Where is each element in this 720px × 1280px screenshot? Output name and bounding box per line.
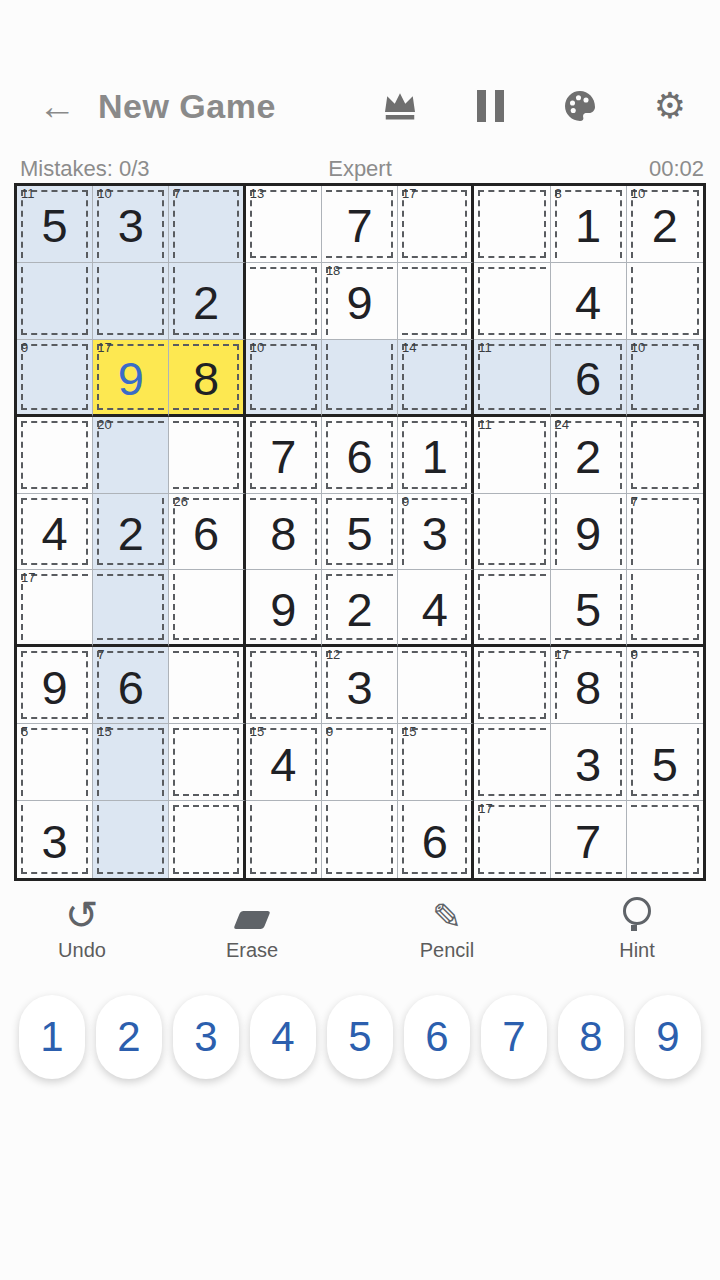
cell-r8c5[interactable]: 9 — [322, 724, 398, 801]
cage-sum-label: 8 — [555, 187, 562, 201]
cage-sum-label: 5 — [21, 725, 28, 739]
cell-r3c1[interactable]: 9 — [17, 340, 93, 417]
cage-sum-label: 17 — [97, 341, 111, 355]
cell-r7c6[interactable] — [398, 647, 474, 724]
cell-r1c1[interactable]: 115 — [17, 186, 93, 263]
cell-r9c4[interactable] — [246, 801, 322, 878]
cell-r5c5[interactable]: 5 — [322, 494, 398, 571]
cell-r7c1[interactable]: 9 — [17, 647, 93, 724]
cell-r4c5[interactable]: 6 — [322, 417, 398, 494]
cage-sum-label: 10 — [97, 187, 111, 201]
numpad-7[interactable]: 7 — [481, 995, 547, 1079]
header: ← New Game ⚙ — [0, 78, 720, 134]
cell-r5c9[interactable]: 7 — [627, 494, 703, 571]
cage-sum-label: 9 — [326, 725, 333, 739]
cell-r2c8[interactable]: 4 — [551, 263, 627, 340]
status-bar: Mistakes: 0/3 Expert 00:02 — [0, 156, 720, 186]
given-digit: 7 — [322, 186, 397, 262]
cell-r9c2[interactable] — [93, 801, 169, 878]
cell-r4c4[interactable]: 7 — [246, 417, 322, 494]
page-title: New Game — [98, 87, 276, 126]
cell-r7c3[interactable] — [169, 647, 245, 724]
cell-r7c7[interactable] — [474, 647, 550, 724]
cage-sum-label: 9 — [21, 341, 28, 355]
given-digit: 9 — [17, 647, 92, 723]
given-digit: 5 — [627, 724, 703, 800]
cell-r8c2[interactable]: 15 — [93, 724, 169, 801]
cage-sum-label: 15 — [402, 725, 416, 739]
toolbar: ↻ Undo Erase ✎ Pencil Hint — [0, 893, 720, 973]
cell-r2c3[interactable]: 2 — [169, 263, 245, 340]
undo-button[interactable]: ↻ Undo — [22, 893, 142, 962]
cell-r7c9[interactable]: 9 — [627, 647, 703, 724]
cell-r9c7[interactable]: 17 — [474, 801, 550, 878]
numpad-6[interactable]: 6 — [404, 995, 470, 1079]
cell-r3c2[interactable]: 179 — [93, 340, 169, 417]
cage-sum-label: 9 — [631, 648, 638, 662]
cage-sum-label: 10 — [250, 341, 264, 355]
cage-sum-label: 17 — [478, 802, 492, 816]
cell-r2c2[interactable] — [93, 263, 169, 340]
timer: 00:02 — [649, 156, 704, 182]
numpad-2[interactable]: 2 — [96, 995, 162, 1079]
cage-sum-label: 10 — [631, 187, 645, 201]
cell-r9c5[interactable] — [322, 801, 398, 878]
given-digit: 6 — [398, 801, 471, 878]
cell-r3c5[interactable] — [322, 340, 398, 417]
cell-r1c3[interactable]: 7 — [169, 186, 245, 263]
given-digit: 5 — [322, 494, 397, 570]
pencil-button[interactable]: ✎ Pencil — [387, 893, 507, 962]
cell-r2c7[interactable] — [474, 263, 550, 340]
cage-sum-label: 11 — [478, 341, 492, 355]
cage-sum-label: 7 — [173, 187, 180, 201]
cell-r8c1[interactable]: 5 — [17, 724, 93, 801]
cell-r5c8[interactable]: 9 — [551, 494, 627, 571]
cell-r8c4[interactable]: 154 — [246, 724, 322, 801]
given-digit: 2 — [322, 570, 397, 644]
cell-r1c7[interactable] — [474, 186, 550, 263]
cage-sum-label: 15 — [250, 725, 264, 739]
cell-r7c4[interactable] — [246, 647, 322, 724]
cage-sum-label: 17 — [555, 648, 569, 662]
cell-r3c9[interactable]: 10 — [627, 340, 703, 417]
cell-r6c5[interactable]: 2 — [322, 570, 398, 647]
cell-r2c6[interactable] — [398, 263, 474, 340]
cell-r4c3[interactable] — [169, 417, 245, 494]
given-digit: 6 — [551, 340, 626, 414]
pencil-icon: ✎ — [432, 899, 462, 935]
given-digit: 1 — [551, 186, 626, 262]
settings-gear-icon[interactable]: ⚙ — [650, 86, 690, 126]
given-digit: 3 — [17, 801, 92, 878]
cell-r8c6[interactable]: 15 — [398, 724, 474, 801]
given-digit: 8 — [246, 494, 321, 570]
palette-icon[interactable] — [560, 86, 600, 126]
cell-r4c8[interactable]: 242 — [551, 417, 627, 494]
cell-r4c6[interactable]: 1 — [398, 417, 474, 494]
numpad-3[interactable]: 3 — [173, 995, 239, 1079]
cell-r6c6[interactable]: 4 — [398, 570, 474, 647]
given-digit: 6 — [93, 647, 168, 723]
given-digit: 2 — [93, 494, 168, 570]
killer-sudoku-app: ← New Game ⚙ Mistakes: 0/3 Expert 00:02 … — [0, 0, 720, 1280]
cell-r6c8[interactable]: 5 — [551, 570, 627, 647]
cell-r1c5[interactable]: 7 — [322, 186, 398, 263]
given-digit: 1 — [398, 417, 471, 493]
killer-sudoku-board: 1151037137178110221894917981014116102076… — [14, 183, 706, 881]
cell-r5c1[interactable]: 4 — [17, 494, 93, 571]
cage-sum-label: 26 — [173, 495, 187, 509]
cell-r3c6[interactable]: 14 — [398, 340, 474, 417]
cell-r8c3[interactable] — [169, 724, 245, 801]
hint-button[interactable]: Hint — [577, 893, 697, 962]
cage-sum-label: 14 — [402, 341, 416, 355]
cell-r4c9[interactable] — [627, 417, 703, 494]
cage-sum-label: 20 — [97, 418, 111, 432]
given-digit: 6 — [322, 417, 397, 493]
cage-sum-label: 17 — [402, 187, 416, 201]
given-digit: 4 — [551, 263, 626, 339]
given-digit: 5 — [551, 570, 626, 644]
cell-r6c1[interactable]: 17 — [17, 570, 93, 647]
numpad-9[interactable]: 9 — [635, 995, 701, 1079]
cell-r5c3[interactable]: 266 — [169, 494, 245, 571]
number-pad: 123456789 — [0, 995, 720, 1085]
cell-r3c4[interactable]: 10 — [246, 340, 322, 417]
cage-sum-label: 10 — [631, 341, 645, 355]
pause-icon[interactable] — [470, 86, 510, 126]
given-digit: 4 — [17, 494, 92, 570]
cell-r3c3[interactable]: 8 — [169, 340, 245, 417]
given-digit: 9 — [246, 570, 321, 644]
difficulty-label: Expert — [0, 156, 720, 182]
cell-r8c8[interactable]: 3 — [551, 724, 627, 801]
cell-r2c4[interactable] — [246, 263, 322, 340]
cell-r1c9[interactable]: 102 — [627, 186, 703, 263]
numpad-1[interactable]: 1 — [19, 995, 85, 1079]
given-digit: 7 — [246, 417, 321, 493]
cage-sum-label: 11 — [478, 418, 492, 432]
cell-r1c4[interactable]: 13 — [246, 186, 322, 263]
cell-r8c7[interactable] — [474, 724, 550, 801]
cell-r6c3[interactable] — [169, 570, 245, 647]
cell-r5c6[interactable]: 93 — [398, 494, 474, 571]
cell-r7c5[interactable]: 123 — [322, 647, 398, 724]
cage-sum-label: 18 — [326, 264, 340, 278]
numpad-5[interactable]: 5 — [327, 995, 393, 1079]
cell-r1c2[interactable]: 103 — [93, 186, 169, 263]
cell-r3c7[interactable]: 11 — [474, 340, 550, 417]
cell-r7c8[interactable]: 178 — [551, 647, 627, 724]
given-digit: 8 — [169, 340, 242, 414]
cell-r9c8[interactable]: 7 — [551, 801, 627, 878]
cage-sum-label: 7 — [97, 648, 104, 662]
cell-r5c4[interactable]: 8 — [246, 494, 322, 571]
cell-r4c7[interactable]: 11 — [474, 417, 550, 494]
cell-r3c8[interactable]: 6 — [551, 340, 627, 417]
cell-r6c7[interactable] — [474, 570, 550, 647]
cage-sum-label: 13 — [250, 187, 264, 201]
cell-r6c9[interactable] — [627, 570, 703, 647]
cell-r4c2[interactable]: 20 — [93, 417, 169, 494]
given-digit: 4 — [398, 570, 471, 644]
given-digit: 7 — [551, 801, 626, 878]
erase-button[interactable]: Erase — [192, 893, 312, 962]
header-icons: ⚙ — [380, 78, 690, 134]
numpad-4[interactable]: 4 — [250, 995, 316, 1079]
cage-sum-label: 15 — [97, 725, 111, 739]
back-arrow-icon[interactable]: ← — [38, 87, 76, 125]
cell-r9c6[interactable]: 6 — [398, 801, 474, 878]
cell-r5c7[interactable] — [474, 494, 550, 571]
eraser-icon — [233, 911, 270, 929]
cell-r7c2[interactable]: 76 — [93, 647, 169, 724]
hint-bulb-icon — [623, 897, 651, 925]
cell-r1c8[interactable]: 81 — [551, 186, 627, 263]
cell-r9c9[interactable] — [627, 801, 703, 878]
cell-r2c5[interactable]: 189 — [322, 263, 398, 340]
cage-sum-label: 9 — [402, 495, 409, 509]
cage-sum-label: 12 — [326, 648, 340, 662]
cell-r6c2[interactable] — [93, 570, 169, 647]
undo-icon: ↻ — [65, 895, 99, 935]
cell-r9c3[interactable] — [169, 801, 245, 878]
cage-sum-label: 17 — [21, 571, 35, 585]
cell-r5c2[interactable]: 2 — [93, 494, 169, 571]
cell-r4c1[interactable] — [17, 417, 93, 494]
cage-sum-label: 7 — [631, 495, 638, 509]
given-digit: 2 — [169, 263, 242, 339]
cage-sum-label: 11 — [21, 187, 35, 201]
cell-r2c1[interactable] — [17, 263, 93, 340]
given-digit: 3 — [551, 724, 626, 800]
cell-r1c6[interactable]: 17 — [398, 186, 474, 263]
cell-r8c9[interactable]: 5 — [627, 724, 703, 801]
given-digit: 9 — [551, 494, 626, 570]
crown-icon[interactable] — [380, 86, 420, 126]
cell-r6c4[interactable]: 9 — [246, 570, 322, 647]
numpad-8[interactable]: 8 — [558, 995, 624, 1079]
cell-r9c1[interactable]: 3 — [17, 801, 93, 878]
cage-sum-label: 24 — [555, 418, 569, 432]
cell-r2c9[interactable] — [627, 263, 703, 340]
